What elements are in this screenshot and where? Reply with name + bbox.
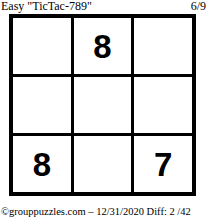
- copyright-text: ©grouppuzzles.com – 12/31/2020 Diff: 2 /…: [1, 206, 191, 217]
- cell-r1c1[interactable]: [13, 18, 71, 74]
- footer: ©grouppuzzles.com – 12/31/2020 Diff: 2 /…: [1, 206, 206, 218]
- puzzle-page: Easy "TicTac-789" 6/9 8 8 7: [0, 0, 207, 220]
- cell-r1c2[interactable]: 8: [74, 18, 132, 74]
- cell-value: 8: [93, 30, 111, 63]
- cell-r1c3[interactable]: [134, 18, 192, 74]
- cell-r3c3[interactable]: 7: [134, 136, 192, 192]
- puzzle-grid: 8 8 7: [9, 14, 196, 196]
- cell-r2c1[interactable]: [13, 77, 71, 133]
- puzzle-counter: 6/9: [191, 0, 206, 13]
- header: Easy "TicTac-789" 6/9: [1, 0, 206, 13]
- puzzle-title: Easy "TicTac-789": [1, 0, 92, 13]
- cell-r3c2[interactable]: [74, 136, 132, 192]
- cell-value: 7: [154, 148, 172, 181]
- cell-r3c1[interactable]: 8: [13, 136, 71, 192]
- cell-value: 8: [33, 148, 51, 181]
- cell-r2c2[interactable]: [74, 77, 132, 133]
- cell-r2c3[interactable]: [134, 77, 192, 133]
